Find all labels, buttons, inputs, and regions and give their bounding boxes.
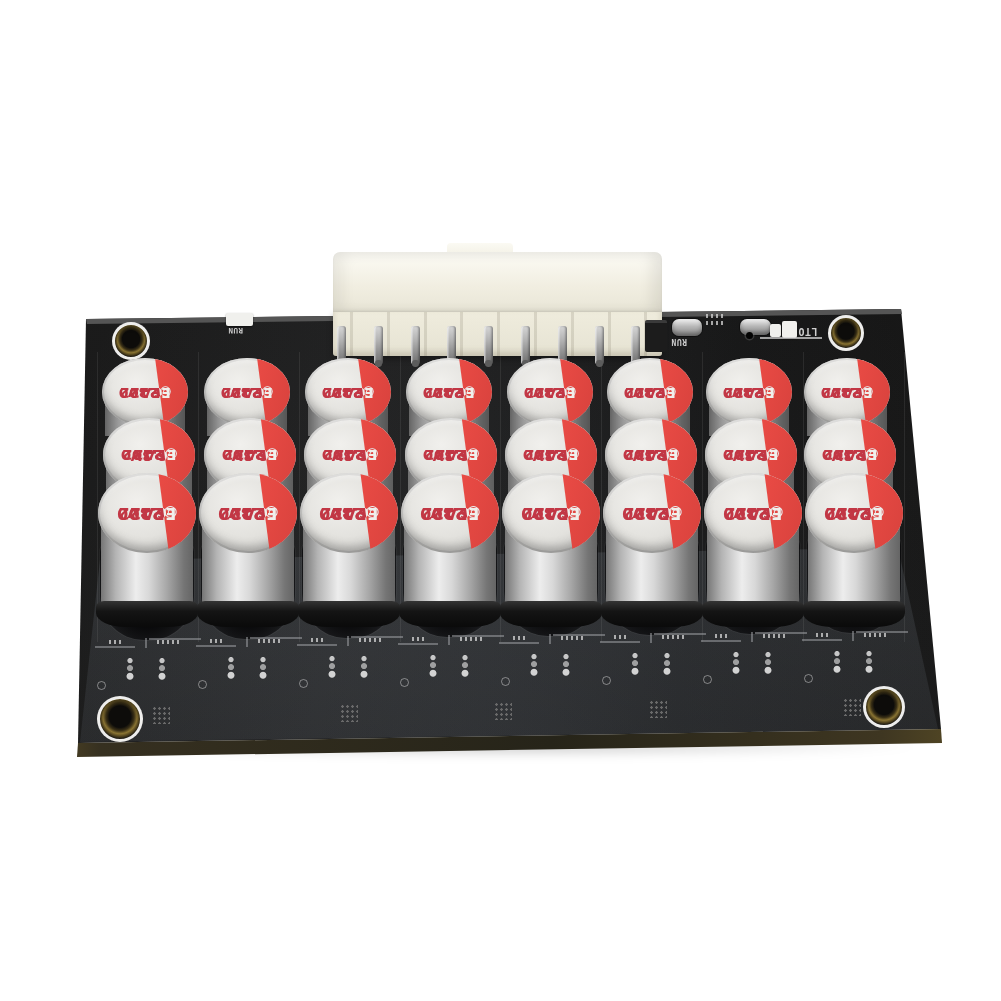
column-separator	[500, 352, 501, 642]
capacitor: EPA22◎22006.3VEPA22◎22006.3V	[603, 473, 701, 727]
capacitor: EPA22◎22006.3VEPA22◎22006.3V	[98, 473, 196, 727]
capacitor-face: EPA22◎22006.3VEPA22◎22006.3V	[204, 358, 290, 426]
capacitor: EPA22◎22006.3VEPA22◎22006.3V	[502, 473, 600, 727]
run-label-left: RUN	[228, 326, 243, 335]
capacitor-base	[96, 601, 198, 627]
capacitor-base	[702, 601, 804, 627]
capacitor: EPA22◎22006.3VEPA22◎22006.3V	[199, 473, 297, 727]
mounting-hole-top-left	[112, 322, 150, 360]
capacitor-face: EPA22◎22006.3VEPA22◎22006.3V	[704, 473, 802, 553]
capacitor-base	[298, 601, 400, 627]
jumper-pad-small	[770, 324, 781, 337]
column-separator	[601, 352, 602, 642]
capacitor: EPA22◎22006.3VEPA22◎22006.3V	[704, 473, 802, 727]
micro-silkscreen-text	[706, 314, 723, 318]
column-separator	[904, 352, 905, 642]
column-separator	[702, 352, 703, 642]
capacitor-face: EPA22◎22006.3VEPA22◎22006.3V	[804, 358, 890, 426]
metal-component-2	[740, 319, 771, 335]
capacitor-face: EPA22◎22006.3VEPA22◎22006.3V	[98, 473, 196, 553]
smd-component-dark	[645, 320, 667, 352]
lto-label: LTO	[798, 326, 818, 337]
capacitor-base	[803, 601, 905, 627]
status-led	[226, 313, 253, 326]
silkscreen-underline	[760, 337, 822, 339]
capacitor-face: EPA22◎22006.3VEPA22◎22006.3V	[706, 358, 792, 426]
capacitor-face: EPA22◎22006.3VEPA22◎22006.3V	[603, 473, 701, 553]
capacitor-base	[399, 601, 501, 627]
capacitor-base	[197, 601, 299, 627]
capacitor-face: EPA22◎22006.3VEPA22◎22006.3V	[401, 473, 499, 553]
capacitor-face: EPA22◎22006.3VEPA22◎22006.3V	[502, 473, 600, 553]
capacitor-face: EPA22◎22006.3VEPA22◎22006.3V	[805, 473, 903, 553]
metal-component-1	[672, 319, 702, 336]
capacitor: EPA22◎22006.3VEPA22◎22006.3V	[300, 473, 398, 727]
capacitor-base	[500, 601, 602, 627]
micro-silkscreen-text	[706, 321, 723, 325]
capacitor-face: EPA22◎22006.3VEPA22◎22006.3V	[199, 473, 297, 553]
capacitor-face: EPA22◎22006.3VEPA22◎22006.3V	[102, 358, 188, 426]
capacitor: EPA22◎22006.3VEPA22◎22006.3V	[401, 473, 499, 727]
capacitor-face: EPA22◎22006.3VEPA22◎22006.3V	[507, 358, 593, 426]
test-point-dot	[746, 332, 753, 339]
mounting-hole-top-right	[828, 315, 864, 351]
capacitor-base	[601, 601, 703, 627]
capacitor-face: EPA22◎22006.3VEPA22◎22006.3V	[607, 358, 693, 426]
capacitor: EPA22◎22006.3VEPA22◎22006.3V	[805, 473, 903, 727]
capacitor-face: EPA22◎22006.3VEPA22◎22006.3V	[406, 358, 492, 426]
connector-pin	[595, 326, 604, 364]
jumper-pad-lto	[782, 321, 797, 338]
capacitor-face: EPA22◎22006.3VEPA22◎22006.3V	[300, 473, 398, 553]
balance-connector-housing	[333, 252, 662, 314]
product-photo: RUN RUN LTO EPA22◎22006.3VEPA22◎22006.3V…	[0, 0, 1001, 1001]
capacitor-face: EPA22◎22006.3VEPA22◎22006.3V	[305, 358, 391, 426]
run-label-right: RUN	[671, 337, 687, 346]
